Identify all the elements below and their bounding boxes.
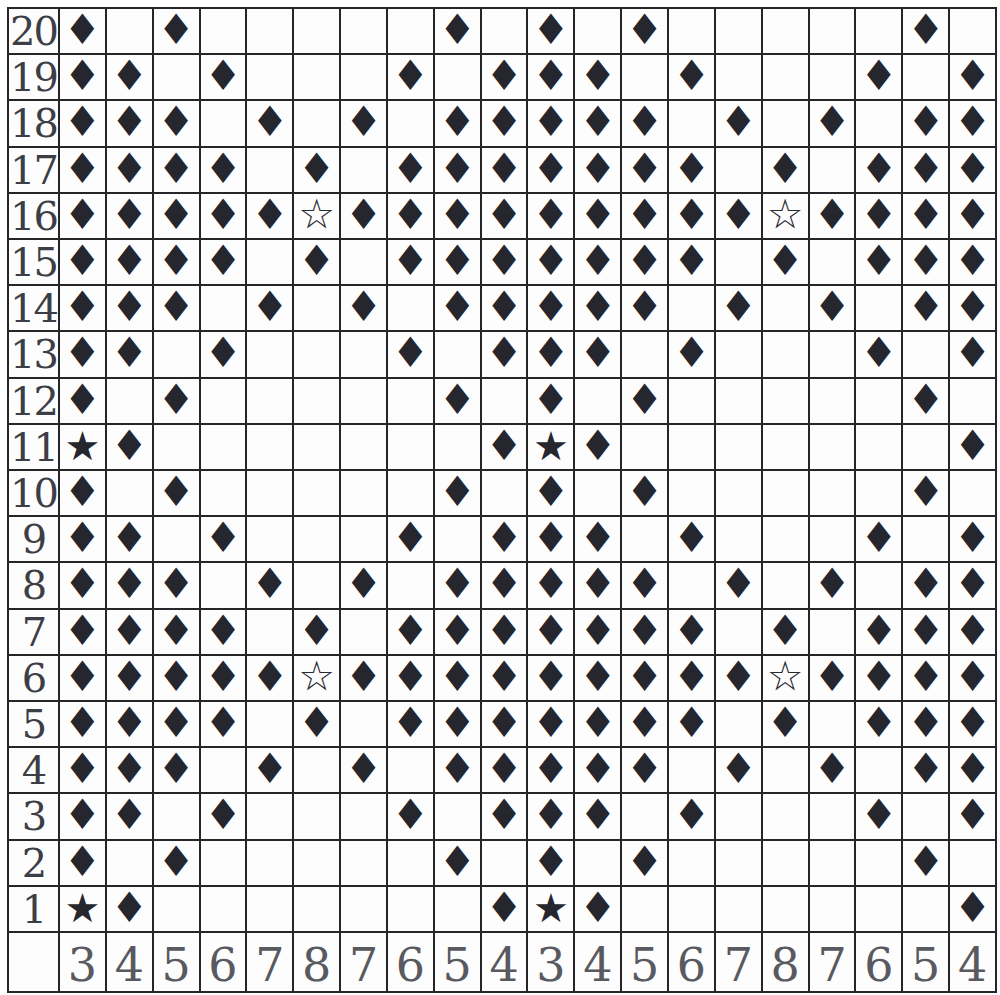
row-label-13: 13 [9,332,58,376]
cell-r18-c15: ♦ [716,101,761,145]
cell-r9-c20: ♦ [950,517,995,561]
row-label-3: 3 [9,794,58,838]
diamond-icon: ♦ [110,563,148,605]
diamond-icon: ♦ [673,148,711,190]
cell-r11-c14 [669,425,714,469]
col-label-11: 3 [528,933,573,991]
cell-r6-c18: ♦ [856,656,901,700]
cell-r8-c13: ♦ [622,563,667,607]
cell-r4-c6 [294,748,339,792]
cell-r18-c7: ♦ [341,101,386,145]
diamond-icon: ♦ [110,748,148,790]
cell-r6-c1: ♦ [60,656,105,700]
cell-r6-c12: ♦ [575,656,620,700]
cell-r15-c3: ♦ [154,240,199,284]
diamond-icon: ♦ [64,240,102,282]
cell-r4-c14 [669,748,714,792]
cell-r3-c8: ♦ [388,794,433,838]
diamond-icon: ♦ [110,610,148,652]
cell-r10-c20 [950,471,995,515]
cell-r6-c13: ♦ [622,656,667,700]
cell-r20-c16 [763,9,808,53]
cell-r20-c5 [247,9,292,53]
cell-r16-c15: ♦ [716,194,761,238]
diamond-icon: ♦ [719,286,757,328]
cell-r20-c8 [388,9,433,53]
cell-r12-c15 [716,379,761,423]
row-label-10: 10 [9,471,58,515]
cell-r20-c4 [201,9,246,53]
diamond-icon: ♦ [438,610,476,652]
cell-r17-c11: ♦ [528,148,573,192]
pattern-grid-board: 20♦♦♦♦♦♦19♦♦♦♦♦♦♦♦♦♦18♦♦♦♦♦♦♦♦♦♦♦♦♦♦17♦♦… [7,7,997,993]
cell-r1-c1: ★ [60,887,105,931]
diamond-icon: ♦ [579,240,617,282]
cell-r2-c11: ♦ [528,841,573,885]
cell-r8-c1: ♦ [60,563,105,607]
diamond-icon: ♦ [579,702,617,744]
cell-r9-c11: ♦ [528,517,573,561]
diamond-icon: ♦ [157,563,195,605]
cell-r14-c16 [763,286,808,330]
cell-r11-c20: ♦ [950,425,995,469]
filled-star-icon: ★ [533,888,569,928]
diamond-icon: ♦ [860,702,898,744]
row-label-4: 4 [9,748,58,792]
diamond-icon: ♦ [860,794,898,836]
cell-r13-c19 [903,332,948,376]
cell-r1-c18 [856,887,901,931]
diamond-icon: ♦ [64,379,102,421]
cell-r2-c2 [107,841,152,885]
cell-r17-c12: ♦ [575,148,620,192]
diamond-icon: ♦ [907,194,945,236]
col-label-7: 7 [341,933,386,991]
cell-r11-c2: ♦ [107,425,152,469]
diamond-icon: ♦ [907,563,945,605]
cell-r1-c10: ♦ [482,887,527,931]
diamond-icon: ♦ [579,794,617,836]
cell-r1-c13 [622,887,667,931]
diamond-icon: ♦ [954,425,992,467]
diamond-icon: ♦ [673,332,711,374]
cell-r6-c3: ♦ [154,656,199,700]
cell-r11-c16 [763,425,808,469]
row-label-15: 15 [9,240,58,284]
diamond-icon: ♦ [954,563,992,605]
diamond-icon: ♦ [345,563,383,605]
diamond-icon: ♦ [110,517,148,559]
diamond-icon: ♦ [64,101,102,143]
cell-r10-c11: ♦ [528,471,573,515]
diamond-icon: ♦ [110,425,148,467]
cell-r2-c5 [247,841,292,885]
diamond-icon: ♦ [626,841,664,883]
cell-r8-c14 [669,563,714,607]
diamond-icon: ♦ [532,610,570,652]
cell-r16-c19: ♦ [903,194,948,238]
cell-r14-c6 [294,286,339,330]
diamond-icon: ♦ [532,702,570,744]
diamond-icon: ♦ [64,748,102,790]
cell-r15-c20: ♦ [950,240,995,284]
col-label-9: 5 [435,933,480,991]
cell-r16-c12: ♦ [575,194,620,238]
row-label-11: 11 [9,425,58,469]
cell-r12-c6 [294,379,339,423]
cell-r3-c9 [435,794,480,838]
cell-r19-c19 [903,55,948,99]
cell-r9-c16 [763,517,808,561]
diamond-icon: ♦ [64,794,102,836]
diamond-icon: ♦ [907,841,945,883]
cell-r16-c20: ♦ [950,194,995,238]
diamond-icon: ♦ [485,332,523,374]
diamond-icon: ♦ [579,517,617,559]
cell-r4-c13: ♦ [622,748,667,792]
cell-r19-c15 [716,55,761,99]
cell-r7-c1: ♦ [60,610,105,654]
col-label-15: 7 [716,933,761,991]
cell-r9-c6 [294,517,339,561]
cell-r2-c8 [388,841,433,885]
diamond-icon: ♦ [626,656,664,698]
cell-r3-c12: ♦ [575,794,620,838]
cell-r16-c4: ♦ [201,194,246,238]
col-label-2: 4 [107,933,152,991]
diamond-icon: ♦ [251,286,289,328]
cell-r18-c12: ♦ [575,101,620,145]
cell-r7-c11: ♦ [528,610,573,654]
cell-r4-c3: ♦ [154,748,199,792]
cell-r13-c6 [294,332,339,376]
cell-r10-c18 [856,471,901,515]
cell-r7-c17 [810,610,855,654]
cell-r18-c14 [669,101,714,145]
diamond-icon: ♦ [579,286,617,328]
cell-r9-c13 [622,517,667,561]
cell-r14-c4 [201,286,246,330]
cell-r4-c7: ♦ [341,748,386,792]
cell-r5-c7 [341,702,386,746]
cell-r7-c6: ♦ [294,610,339,654]
cell-r4-c15: ♦ [716,748,761,792]
diamond-icon: ♦ [485,656,523,698]
row-label-17: 17 [9,148,58,192]
cell-r6-c9: ♦ [435,656,480,700]
diamond-icon: ♦ [64,194,102,236]
cell-r19-c20: ♦ [950,55,995,99]
diamond-icon: ♦ [579,748,617,790]
diamond-icon: ♦ [673,702,711,744]
cell-r9-c8: ♦ [388,517,433,561]
diamond-icon: ♦ [298,240,336,282]
diamond-icon: ♦ [438,101,476,143]
cell-r1-c16 [763,887,808,931]
cell-r20-c19: ♦ [903,9,948,53]
cell-r2-c20 [950,841,995,885]
diamond-icon: ♦ [954,610,992,652]
diamond-icon: ♦ [157,702,195,744]
cell-r18-c10: ♦ [482,101,527,145]
diamond-icon: ♦ [532,240,570,282]
cell-r13-c1: ♦ [60,332,105,376]
diamond-icon: ♦ [298,610,336,652]
diamond-icon: ♦ [204,194,242,236]
cell-r3-c16 [763,794,808,838]
row-label-14: 14 [9,286,58,330]
cell-r3-c19 [903,794,948,838]
diamond-icon: ♦ [532,379,570,421]
cell-r3-c14: ♦ [669,794,714,838]
cell-r16-c8: ♦ [388,194,433,238]
cell-r18-c13: ♦ [622,101,667,145]
cell-r2-c16 [763,841,808,885]
diamond-icon: ♦ [954,240,992,282]
cell-r7-c18: ♦ [856,610,901,654]
cell-r8-c12: ♦ [575,563,620,607]
cell-r10-c14 [669,471,714,515]
diamond-icon: ♦ [626,9,664,51]
diamond-icon: ♦ [719,656,757,698]
cell-r4-c9: ♦ [435,748,480,792]
diamond-icon: ♦ [251,194,289,236]
diamond-icon: ♦ [907,101,945,143]
diamond-icon: ♦ [907,471,945,513]
cell-r16-c18: ♦ [856,194,901,238]
cell-r5-c19: ♦ [903,702,948,746]
diamond-icon: ♦ [438,240,476,282]
cell-r14-c7: ♦ [341,286,386,330]
diamond-icon: ♦ [954,748,992,790]
filled-star-icon: ★ [64,888,100,928]
diamond-icon: ♦ [954,148,992,190]
cell-r7-c8: ♦ [388,610,433,654]
cell-r17-c14: ♦ [669,148,714,192]
diamond-icon: ♦ [64,471,102,513]
diamond-icon: ♦ [392,194,430,236]
diamond-icon: ♦ [860,55,898,97]
cell-r15-c9: ♦ [435,240,480,284]
diamond-icon: ♦ [626,148,664,190]
cell-r4-c1: ♦ [60,748,105,792]
cell-r9-c10: ♦ [482,517,527,561]
diamond-icon: ♦ [298,148,336,190]
cell-r6-c16: ☆ [763,656,808,700]
cell-r19-c5 [247,55,292,99]
cell-r17-c4: ♦ [201,148,246,192]
cell-r12-c4 [201,379,246,423]
cell-r11-c10: ♦ [482,425,527,469]
cell-r9-c4: ♦ [201,517,246,561]
diamond-icon: ♦ [64,9,102,51]
cell-r13-c14: ♦ [669,332,714,376]
open-star-icon: ☆ [298,656,335,697]
diamond-icon: ♦ [954,194,992,236]
cell-r3-c4: ♦ [201,794,246,838]
cell-r12-c16 [763,379,808,423]
cell-r3-c18: ♦ [856,794,901,838]
cell-r10-c15 [716,471,761,515]
diamond-icon: ♦ [204,148,242,190]
diamond-icon: ♦ [485,194,523,236]
cell-r12-c7 [341,379,386,423]
cell-r11-c9 [435,425,480,469]
cell-r9-c12: ♦ [575,517,620,561]
cell-r17-c6: ♦ [294,148,339,192]
diamond-icon: ♦ [110,794,148,836]
cell-r3-c1: ♦ [60,794,105,838]
diamond-icon: ♦ [907,656,945,698]
cell-r5-c10: ♦ [482,702,527,746]
cell-r13-c5 [247,332,292,376]
cell-r12-c9: ♦ [435,379,480,423]
diamond-icon: ♦ [954,55,992,97]
col-label-4: 6 [201,933,246,991]
cell-r13-c18: ♦ [856,332,901,376]
cell-r7-c2: ♦ [107,610,152,654]
cell-r18-c2: ♦ [107,101,152,145]
cell-r15-c12: ♦ [575,240,620,284]
cell-r14-c11: ♦ [528,286,573,330]
cell-r5-c14: ♦ [669,702,714,746]
diamond-icon: ♦ [64,332,102,374]
cell-r17-c13: ♦ [622,148,667,192]
diamond-icon: ♦ [204,656,242,698]
cell-r3-c20: ♦ [950,794,995,838]
cell-r7-c19: ♦ [903,610,948,654]
cell-r3-c2: ♦ [107,794,152,838]
cell-r11-c6 [294,425,339,469]
cell-r20-c13: ♦ [622,9,667,53]
row-label-7: 7 [9,610,58,654]
cell-r15-c7 [341,240,386,284]
cell-r13-c3 [154,332,199,376]
col-label-16: 8 [763,933,808,991]
cell-r20-c1: ♦ [60,9,105,53]
cell-r11-c17 [810,425,855,469]
cell-r11-c7 [341,425,386,469]
diamond-icon: ♦ [110,332,148,374]
cell-r17-c20: ♦ [950,148,995,192]
col-label-17: 7 [810,933,855,991]
diamond-icon: ♦ [204,240,242,282]
cell-r9-c9 [435,517,480,561]
cell-r15-c8: ♦ [388,240,433,284]
cell-r11-c18 [856,425,901,469]
diamond-icon: ♦ [345,101,383,143]
diamond-icon: ♦ [954,702,992,744]
cell-r15-c10: ♦ [482,240,527,284]
diamond-icon: ♦ [532,471,570,513]
cell-r1-c5 [247,887,292,931]
cell-r1-c3 [154,887,199,931]
diamond-icon: ♦ [204,610,242,652]
cell-r12-c19: ♦ [903,379,948,423]
row-label-9: 9 [9,517,58,561]
cell-r19-c16 [763,55,808,99]
diamond-icon: ♦ [157,841,195,883]
cell-r19-c2: ♦ [107,55,152,99]
cell-r2-c10 [482,841,527,885]
cell-r2-c6 [294,841,339,885]
diamond-icon: ♦ [485,425,523,467]
diamond-icon: ♦ [813,101,851,143]
cell-r4-c10: ♦ [482,748,527,792]
cell-r6-c10: ♦ [482,656,527,700]
cell-r16-c9: ♦ [435,194,480,238]
cell-r20-c6 [294,9,339,53]
diamond-icon: ♦ [438,841,476,883]
cell-r10-c4 [201,471,246,515]
cell-r18-c3: ♦ [154,101,199,145]
cell-r16-c2: ♦ [107,194,152,238]
cell-r13-c2: ♦ [107,332,152,376]
cell-r10-c8 [388,471,433,515]
col-label-14: 6 [669,933,714,991]
cell-r12-c5 [247,379,292,423]
diamond-icon: ♦ [251,656,289,698]
diamond-icon: ♦ [532,563,570,605]
cell-r10-c12 [575,471,620,515]
diamond-icon: ♦ [110,240,148,282]
filled-star-icon: ★ [64,426,100,466]
cell-r19-c13 [622,55,667,99]
cell-r4-c4 [201,748,246,792]
cell-r15-c13: ♦ [622,240,667,284]
diamond-icon: ♦ [532,101,570,143]
cell-r9-c15 [716,517,761,561]
diamond-icon: ♦ [157,9,195,51]
cell-r5-c3: ♦ [154,702,199,746]
diamond-icon: ♦ [438,286,476,328]
diamond-icon: ♦ [626,101,664,143]
diamond-icon: ♦ [438,656,476,698]
row-label-1: 1 [9,887,58,931]
cell-r13-c12: ♦ [575,332,620,376]
cell-r7-c3: ♦ [154,610,199,654]
diamond-icon: ♦ [485,794,523,836]
cell-r19-c9 [435,55,480,99]
diamond-icon: ♦ [345,748,383,790]
cell-r8-c19: ♦ [903,563,948,607]
diamond-icon: ♦ [485,610,523,652]
diamond-icon: ♦ [626,610,664,652]
diamond-icon: ♦ [110,55,148,97]
cell-r7-c5 [247,610,292,654]
cell-r19-c12: ♦ [575,55,620,99]
cell-r3-c3 [154,794,199,838]
diamond-icon: ♦ [438,471,476,513]
diamond-icon: ♦ [719,563,757,605]
col-label-18: 6 [856,933,901,991]
cell-r8-c15: ♦ [716,563,761,607]
diamond-icon: ♦ [907,9,945,51]
cell-r10-c17 [810,471,855,515]
diamond-icon: ♦ [251,101,289,143]
diamond-icon: ♦ [532,517,570,559]
cell-r20-c10 [482,9,527,53]
cell-r10-c13: ♦ [622,471,667,515]
cell-r19-c7 [341,55,386,99]
diamond-icon: ♦ [626,563,664,605]
cell-r5-c2: ♦ [107,702,152,746]
cell-r2-c9: ♦ [435,841,480,885]
row-label-8: 8 [9,563,58,607]
diamond-icon: ♦ [251,748,289,790]
diamond-icon: ♦ [954,794,992,836]
diamond-icon: ♦ [626,702,664,744]
